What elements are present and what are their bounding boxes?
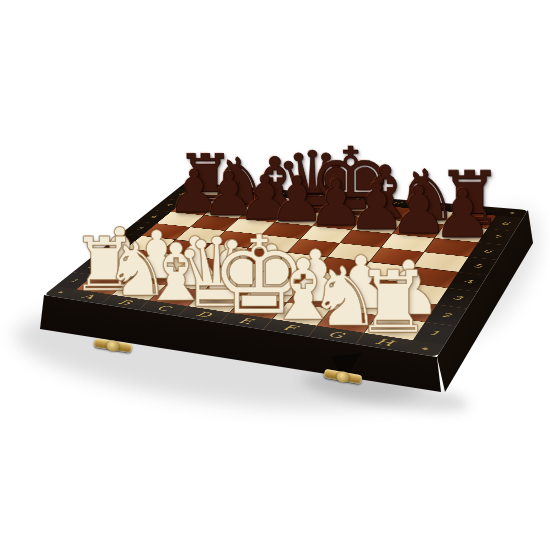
pieces-layer: ♜♞♝♛♚♝♞♜♟♟♟♟♟♟♟♟♟♟♟♟♟♟♟♟♜♞♝♛♚♝♞♜	[0, 0, 550, 550]
piece-black-pawn[interactable]: ♟	[432, 181, 492, 248]
piece-white-rook[interactable]: ♜	[355, 261, 432, 347]
scene: ABCDEFGH ABCDEFGH 87654321 87654321 ♜♞♝♛…	[0, 0, 550, 550]
